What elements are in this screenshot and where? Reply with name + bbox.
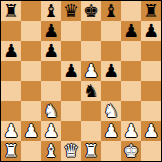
piece-black-king: ♚: [83, 1, 99, 21]
piece-white-rook: ♜: [83, 141, 99, 161]
square-a8[interactable]: ♜: [1, 1, 21, 21]
square-f3[interactable]: ♞: [101, 101, 121, 121]
square-b1[interactable]: [21, 141, 41, 161]
square-d5[interactable]: ♟: [61, 61, 81, 81]
square-d6[interactable]: [61, 41, 81, 61]
square-f4[interactable]: [101, 81, 121, 101]
piece-black-pawn: ♟: [43, 21, 59, 41]
square-h4[interactable]: [141, 81, 161, 101]
piece-black-rook: ♜: [3, 1, 19, 21]
chess-board: ♜♝♛♚♝♜♟♟♟♟♟♟♟♟♞♞♞♟♟♟♟♟♟♜♝♛♜♚: [0, 0, 162, 162]
piece-black-bishop: ♝: [103, 1, 119, 21]
piece-white-pawn: ♟: [23, 121, 39, 141]
piece-black-pawn: ♟: [143, 21, 159, 41]
piece-white-pawn: ♟: [123, 121, 139, 141]
piece-black-rook: ♜: [143, 1, 159, 21]
square-c8[interactable]: ♝: [41, 1, 61, 21]
square-c6[interactable]: ♟: [41, 41, 61, 61]
square-f1[interactable]: [101, 141, 121, 161]
square-a1[interactable]: ♜: [1, 141, 21, 161]
square-h2[interactable]: ♟: [141, 121, 161, 141]
square-h6[interactable]: [141, 41, 161, 61]
square-e8[interactable]: ♚: [81, 1, 101, 21]
piece-black-queen: ♛: [63, 1, 79, 21]
square-g3[interactable]: [121, 101, 141, 121]
square-e4[interactable]: ♞: [81, 81, 101, 101]
square-a4[interactable]: [1, 81, 21, 101]
square-g8[interactable]: [121, 1, 141, 21]
square-f2[interactable]: ♟: [101, 121, 121, 141]
square-c4[interactable]: [41, 81, 61, 101]
square-e2[interactable]: [81, 121, 101, 141]
square-c5[interactable]: [41, 61, 61, 81]
piece-black-bishop: ♝: [43, 1, 59, 21]
square-g5[interactable]: [121, 61, 141, 81]
square-a6[interactable]: ♟: [1, 41, 21, 61]
square-d2[interactable]: [61, 121, 81, 141]
square-h3[interactable]: [141, 101, 161, 121]
square-a3[interactable]: [1, 101, 21, 121]
square-e7[interactable]: [81, 21, 101, 41]
square-f7[interactable]: [101, 21, 121, 41]
piece-black-pawn: ♟: [63, 61, 79, 81]
piece-black-pawn: ♟: [43, 41, 59, 61]
square-f6[interactable]: [101, 41, 121, 61]
piece-white-pawn: ♟: [83, 61, 99, 81]
square-f5[interactable]: ♟: [101, 61, 121, 81]
square-g2[interactable]: ♟: [121, 121, 141, 141]
piece-white-pawn: ♟: [43, 121, 59, 141]
square-b5[interactable]: [21, 61, 41, 81]
square-d8[interactable]: ♛: [61, 1, 81, 21]
square-h1[interactable]: [141, 141, 161, 161]
square-e5[interactable]: ♟: [81, 61, 101, 81]
square-d1[interactable]: ♛: [61, 141, 81, 161]
square-f8[interactable]: ♝: [101, 1, 121, 21]
square-c2[interactable]: ♟: [41, 121, 61, 141]
piece-white-knight: ♞: [43, 101, 59, 121]
piece-white-pawn: ♟: [143, 121, 159, 141]
piece-white-pawn: ♟: [3, 121, 19, 141]
piece-white-rook: ♜: [3, 141, 19, 161]
square-h7[interactable]: ♟: [141, 21, 161, 41]
square-e3[interactable]: [81, 101, 101, 121]
square-a5[interactable]: [1, 61, 21, 81]
piece-black-pawn: ♟: [103, 61, 119, 81]
square-b6[interactable]: [21, 41, 41, 61]
square-e6[interactable]: [81, 41, 101, 61]
square-c3[interactable]: ♞: [41, 101, 61, 121]
square-b4[interactable]: [21, 81, 41, 101]
square-d4[interactable]: [61, 81, 81, 101]
square-a2[interactable]: ♟: [1, 121, 21, 141]
piece-white-pawn: ♟: [103, 121, 119, 141]
piece-white-bishop: ♝: [43, 141, 59, 161]
square-g6[interactable]: [121, 41, 141, 61]
square-d7[interactable]: [61, 21, 81, 41]
square-d3[interactable]: [61, 101, 81, 121]
piece-white-knight: ♞: [103, 101, 119, 121]
square-a7[interactable]: [1, 21, 21, 41]
square-g4[interactable]: [121, 81, 141, 101]
piece-black-knight: ♞: [83, 81, 99, 101]
square-b8[interactable]: [21, 1, 41, 21]
square-b3[interactable]: [21, 101, 41, 121]
square-b2[interactable]: ♟: [21, 121, 41, 141]
square-e1[interactable]: ♜: [81, 141, 101, 161]
piece-black-pawn: ♟: [3, 41, 19, 61]
square-g7[interactable]: ♟: [121, 21, 141, 41]
square-g1[interactable]: ♚: [121, 141, 141, 161]
square-c7[interactable]: ♟: [41, 21, 61, 41]
square-b7[interactable]: [21, 21, 41, 41]
piece-black-pawn: ♟: [123, 21, 139, 41]
square-h8[interactable]: ♜: [141, 1, 161, 21]
square-c1[interactable]: ♝: [41, 141, 61, 161]
chess-board-window: ♜♝♛♚♝♜♟♟♟♟♟♟♟♟♞♞♞♟♟♟♟♟♟♜♝♛♜♚: [0, 0, 162, 162]
piece-white-king: ♚: [123, 141, 139, 161]
piece-white-queen: ♛: [63, 141, 79, 161]
square-h5[interactable]: [141, 61, 161, 81]
